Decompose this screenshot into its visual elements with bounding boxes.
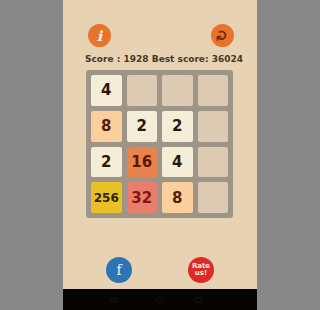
facebook-button[interactable]: f [106, 257, 132, 283]
current-score: Score : 1928 [85, 52, 148, 66]
rate-us-label-line2: us! [195, 270, 207, 277]
game-board[interactable]: 4 8 2 2 2 16 4 256 32 8 [86, 70, 233, 218]
nav-back-icon[interactable]: ◁ [110, 295, 116, 304]
nav-home-icon[interactable]: ○ [156, 295, 163, 304]
best-score-value: 36024 [212, 54, 243, 64]
cell-r1c3 [162, 75, 193, 106]
cell-r3c1: 2 [91, 147, 122, 178]
cell-r2c1: 8 [91, 111, 122, 142]
info-button[interactable]: i [88, 24, 111, 47]
app-screen: i ↻ Score : 1928 Best score: 36024 4 8 2… [63, 0, 257, 310]
cell-r1c1: 4 [91, 75, 122, 106]
cell-r4c1: 256 [91, 182, 122, 213]
cell-r2c4 [198, 111, 229, 142]
rate-us-button[interactable]: Rate us! [188, 257, 214, 283]
score-label: Score : [85, 54, 120, 64]
score-value: 1928 [123, 54, 148, 64]
cell-r3c4 [198, 147, 229, 178]
cell-r4c3: 8 [162, 182, 193, 213]
cell-r1c4 [198, 75, 229, 106]
cell-r3c3: 4 [162, 147, 193, 178]
restart-icon: ↻ [215, 29, 230, 42]
facebook-icon: f [116, 263, 121, 277]
cell-r4c2: 32 [127, 182, 158, 213]
android-nav-bar: ◁ ○ □ [63, 289, 257, 310]
cell-r2c3: 2 [162, 111, 193, 142]
cell-r2c2: 2 [127, 111, 158, 142]
cell-r1c2 [127, 75, 158, 106]
best-score-label: Best score: [152, 54, 209, 64]
score-row: Score : 1928 Best score: 36024 [63, 52, 257, 66]
cell-r4c4 [198, 182, 229, 213]
nav-recents-icon[interactable]: □ [195, 295, 203, 304]
info-icon: i [97, 29, 102, 43]
best-score: Best score: 36024 [152, 52, 243, 66]
restart-button[interactable]: ↻ [211, 24, 234, 47]
cell-r3c2: 16 [127, 147, 158, 178]
